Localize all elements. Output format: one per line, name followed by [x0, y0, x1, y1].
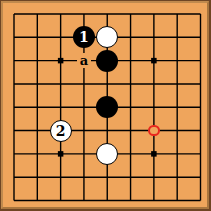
intersection: [26, 119, 49, 142]
intersection: [166, 26, 189, 49]
intersection: 2: [49, 119, 72, 142]
intersection: [142, 49, 165, 72]
intersection: [189, 96, 211, 119]
intersection: [72, 72, 95, 95]
intersection: [26, 96, 49, 119]
intersection: [49, 2, 72, 25]
intersection: [166, 166, 189, 189]
intersection: [2, 2, 25, 25]
intersection: [26, 72, 49, 95]
intersection: a: [72, 49, 95, 72]
intersection: [142, 166, 165, 189]
intersection: [189, 26, 211, 49]
intersection: [166, 72, 189, 95]
intersection: [26, 26, 49, 49]
black-stone: [96, 50, 118, 72]
intersection: [26, 49, 49, 72]
intersection: [72, 142, 95, 165]
intersection: [96, 189, 119, 211]
intersection: [142, 26, 165, 49]
intersection: [49, 189, 72, 211]
intersection: [26, 166, 49, 189]
intersection: [166, 49, 189, 72]
intersection: [166, 142, 189, 165]
intersection: [119, 72, 142, 95]
intersection: [142, 96, 165, 119]
intersection: [26, 142, 49, 165]
intersection: [96, 49, 119, 72]
intersection: [119, 166, 142, 189]
intersection: [166, 189, 189, 211]
intersection: [119, 49, 142, 72]
intersection: [72, 119, 95, 142]
intersection: [119, 119, 142, 142]
white-stone: [96, 26, 118, 48]
intersection: [189, 189, 211, 211]
intersection: [142, 119, 165, 142]
intersection: [189, 166, 211, 189]
intersection: [72, 2, 95, 25]
intersection: [189, 49, 211, 72]
intersection: [96, 119, 119, 142]
intersection: [119, 26, 142, 49]
intersection: [142, 142, 165, 165]
intersection: [96, 2, 119, 25]
intersection: [189, 142, 211, 165]
intersection: [2, 142, 25, 165]
white-stone: [96, 143, 118, 165]
board-grid: 1a2: [2, 2, 211, 211]
intersection: [72, 166, 95, 189]
intersection: [49, 96, 72, 119]
point-label-a: a: [77, 53, 91, 68]
intersection: [166, 2, 189, 25]
intersection: [49, 49, 72, 72]
intersection: [2, 166, 25, 189]
intersection: [189, 72, 211, 95]
intersection: [96, 72, 119, 95]
intersection: [2, 119, 25, 142]
intersection: [96, 96, 119, 119]
intersection: [49, 142, 72, 165]
intersection: [26, 2, 49, 25]
intersection: [2, 72, 25, 95]
intersection: [166, 96, 189, 119]
intersection: [119, 142, 142, 165]
intersection: [49, 26, 72, 49]
intersection: [96, 166, 119, 189]
black-stone: [96, 96, 118, 118]
intersection: [49, 166, 72, 189]
intersection: [96, 26, 119, 49]
red-circle-marker: [148, 125, 160, 137]
intersection: [119, 189, 142, 211]
intersection: [49, 72, 72, 95]
intersection: [72, 189, 95, 211]
intersection: [142, 189, 165, 211]
intersection: [189, 119, 211, 142]
go-board: 1a2: [0, 0, 211, 211]
intersection: [2, 96, 25, 119]
intersection: [142, 2, 165, 25]
intersection: [72, 96, 95, 119]
intersection: [2, 49, 25, 72]
white-stone-numbered: 2: [50, 120, 72, 142]
intersection: [119, 96, 142, 119]
intersection: [142, 72, 165, 95]
intersection: [119, 2, 142, 25]
intersection: [2, 189, 25, 211]
intersection: [166, 119, 189, 142]
intersection: [189, 2, 211, 25]
black-stone-numbered: 1: [73, 26, 95, 48]
intersection: [96, 142, 119, 165]
intersection: 1: [72, 26, 95, 49]
intersection: [26, 189, 49, 211]
intersection: [2, 26, 25, 49]
